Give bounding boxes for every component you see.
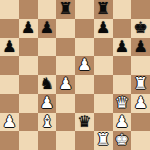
square-c6[interactable] xyxy=(38,38,57,57)
black-rook-icon[interactable]: ♜ xyxy=(96,0,110,19)
black-pawn-icon[interactable]: ♟ xyxy=(133,38,147,57)
white-bishop-icon[interactable]: ♝ xyxy=(40,113,54,132)
square-f4[interactable] xyxy=(94,75,113,94)
square-d4[interactable]: ♟ xyxy=(56,75,75,94)
black-knight-icon[interactable]: ♞ xyxy=(40,75,54,94)
square-d1[interactable] xyxy=(56,131,75,150)
black-rook-icon[interactable]: ♜ xyxy=(58,0,72,19)
square-h4[interactable]: ♜ xyxy=(131,75,150,94)
square-c4[interactable]: ♞ xyxy=(38,75,57,94)
square-a4[interactable] xyxy=(0,75,19,94)
square-f8[interactable]: ♜ xyxy=(94,0,113,19)
square-f1[interactable]: ♜ xyxy=(94,131,113,150)
square-e5[interactable]: ♟ xyxy=(75,56,94,75)
square-a8[interactable] xyxy=(0,0,19,19)
square-e2[interactable]: ♛ xyxy=(75,113,94,132)
square-g1[interactable]: ♚ xyxy=(113,131,132,150)
square-h7[interactable]: ♚ xyxy=(131,19,150,38)
square-g2[interactable]: ♟ xyxy=(113,113,132,132)
square-b3[interactable] xyxy=(19,94,38,113)
square-h3[interactable]: ♟ xyxy=(131,94,150,113)
square-g4[interactable] xyxy=(113,75,132,94)
square-h2[interactable] xyxy=(131,113,150,132)
square-c2[interactable]: ♝ xyxy=(38,113,57,132)
square-d7[interactable] xyxy=(56,19,75,38)
white-pawn-icon[interactable]: ♟ xyxy=(2,113,16,132)
square-b2[interactable] xyxy=(19,113,38,132)
square-f5[interactable] xyxy=(94,56,113,75)
square-d2[interactable] xyxy=(56,113,75,132)
square-c3[interactable]: ♟ xyxy=(38,94,57,113)
white-pawn-icon[interactable]: ♟ xyxy=(133,94,147,113)
square-e1[interactable] xyxy=(75,131,94,150)
black-pawn-icon[interactable]: ♟ xyxy=(96,19,110,38)
square-e8[interactable] xyxy=(75,0,94,19)
square-f2[interactable] xyxy=(94,113,113,132)
square-d8[interactable]: ♜ xyxy=(56,0,75,19)
square-g6[interactable]: ♟ xyxy=(113,38,132,57)
square-a1[interactable] xyxy=(0,131,19,150)
square-a7[interactable] xyxy=(0,19,19,38)
square-b5[interactable] xyxy=(19,56,38,75)
white-pawn-icon[interactable]: ♟ xyxy=(77,56,91,75)
square-g7[interactable] xyxy=(113,19,132,38)
black-pawn-icon[interactable]: ♟ xyxy=(40,19,54,38)
square-h1[interactable] xyxy=(131,131,150,150)
square-b7[interactable]: ♟ xyxy=(19,19,38,38)
black-pawn-icon[interactable]: ♟ xyxy=(21,19,35,38)
square-c7[interactable]: ♟ xyxy=(38,19,57,38)
square-b8[interactable] xyxy=(19,0,38,19)
white-pawn-icon[interactable]: ♟ xyxy=(58,75,72,94)
square-d3[interactable] xyxy=(56,94,75,113)
square-b4[interactable] xyxy=(19,75,38,94)
square-g3[interactable]: ♛ xyxy=(113,94,132,113)
black-pawn-icon[interactable]: ♟ xyxy=(2,38,16,57)
square-e7[interactable] xyxy=(75,19,94,38)
square-a6[interactable]: ♟ xyxy=(0,38,19,57)
square-e3[interactable] xyxy=(75,94,94,113)
square-a5[interactable] xyxy=(0,56,19,75)
square-g5[interactable] xyxy=(113,56,132,75)
white-king-icon[interactable]: ♚ xyxy=(115,131,129,150)
square-a3[interactable] xyxy=(0,94,19,113)
white-pawn-icon[interactable]: ♟ xyxy=(115,113,129,132)
black-king-icon[interactable]: ♚ xyxy=(133,19,147,38)
square-f7[interactable]: ♟ xyxy=(94,19,113,38)
black-pawn-icon[interactable]: ♟ xyxy=(115,38,129,57)
square-c8[interactable] xyxy=(38,0,57,19)
square-a2[interactable]: ♟ xyxy=(0,113,19,132)
white-rook-icon[interactable]: ♜ xyxy=(96,131,110,150)
square-e4[interactable] xyxy=(75,75,94,94)
square-f6[interactable] xyxy=(94,38,113,57)
square-g8[interactable] xyxy=(113,0,132,19)
white-pawn-icon[interactable]: ♟ xyxy=(40,94,54,113)
square-h8[interactable] xyxy=(131,0,150,19)
square-d5[interactable] xyxy=(56,56,75,75)
square-d6[interactable] xyxy=(56,38,75,57)
square-h6[interactable]: ♟ xyxy=(131,38,150,57)
square-f3[interactable] xyxy=(94,94,113,113)
square-b1[interactable] xyxy=(19,131,38,150)
square-b6[interactable] xyxy=(19,38,38,57)
black-queen-icon[interactable]: ♛ xyxy=(77,113,91,132)
white-rook-icon[interactable]: ♜ xyxy=(133,75,147,94)
white-queen-icon[interactable]: ♛ xyxy=(115,94,129,113)
chess-board: ♜♜♟♟♟♚♟♟♟♟♞♟♜♟♛♟♟♝♛♟♜♚ xyxy=(0,0,150,150)
square-e6[interactable] xyxy=(75,38,94,57)
square-c5[interactable] xyxy=(38,56,57,75)
square-h5[interactable] xyxy=(131,56,150,75)
square-c1[interactable] xyxy=(38,131,57,150)
chess-board-container: ♜♜♟♟♟♚♟♟♟♟♞♟♜♟♛♟♟♝♛♟♜♚ xyxy=(0,0,150,150)
